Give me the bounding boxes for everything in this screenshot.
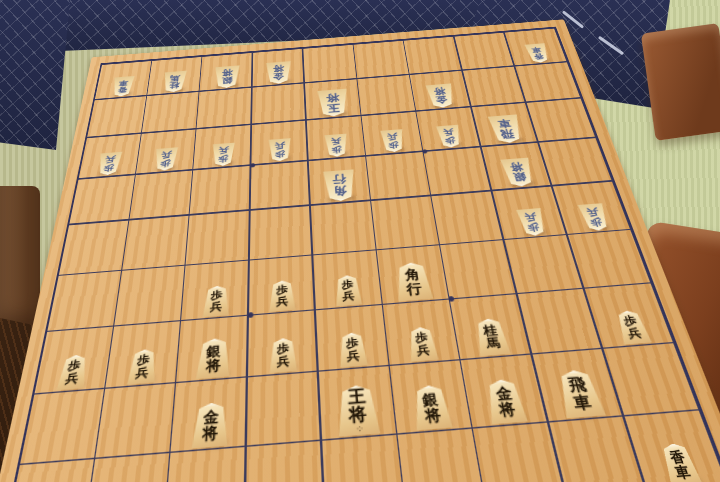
square-9b xyxy=(87,95,147,137)
square-4b xyxy=(357,74,416,115)
koma-6f-sente: 歩兵 xyxy=(268,279,297,311)
square-9d xyxy=(69,174,136,224)
square-1b xyxy=(515,61,581,102)
square-7e xyxy=(186,209,250,264)
square-9g: 歩兵 xyxy=(35,325,115,393)
photo-scene: 香車桂馬銀将金将香車玉将金将歩兵歩兵歩兵歩兵歩兵歩兵歩兵飛車角行銀将歩兵歩兵歩兵… xyxy=(0,0,720,482)
piece-歩兵: 歩兵 xyxy=(336,331,369,367)
koma-3g-sente: 桂馬 xyxy=(472,317,513,356)
square-7f: 歩兵 xyxy=(182,259,250,320)
square-5f: 歩兵 xyxy=(313,249,383,309)
koma-5d-gote: 角行 xyxy=(322,170,359,203)
koma-1i-sente: 香車 xyxy=(656,442,705,482)
koma-4f-sente: 角行 xyxy=(392,261,435,301)
square-6h xyxy=(247,370,322,445)
koma-5c-gote: 歩兵 xyxy=(323,134,349,158)
square-5i xyxy=(322,433,406,482)
square-3c: 歩兵 xyxy=(416,106,481,151)
square-7c: 歩兵 xyxy=(194,124,252,169)
koma-5g-sente: 歩兵 xyxy=(336,331,369,367)
koma-8a-gote: 桂馬 xyxy=(161,71,188,93)
square-5h: 王将⁘ xyxy=(319,364,398,439)
square-9c: 歩兵 xyxy=(79,133,142,179)
square-4f: 角行 xyxy=(377,244,450,304)
square-6c: 歩兵 xyxy=(251,119,308,164)
floor-cushion-left-edge xyxy=(0,0,70,150)
koma-7a-gote: 銀将 xyxy=(212,65,240,89)
square-8c: 歩兵 xyxy=(136,128,197,174)
piece-歩兵: 歩兵 xyxy=(333,274,364,306)
piece-銀将: 銀将 xyxy=(193,337,232,379)
koma-3b-gote: 金将 xyxy=(425,83,459,108)
square-8e xyxy=(123,214,191,269)
square-7d xyxy=(190,165,251,215)
koma-8g-sente: 歩兵 xyxy=(126,348,160,384)
square-3a xyxy=(404,36,462,74)
square-4d xyxy=(366,151,431,200)
square-3d xyxy=(424,146,492,195)
square-7i xyxy=(165,445,247,482)
square-8d xyxy=(130,169,194,219)
square-6i xyxy=(245,439,325,482)
koma-6c-gote: 歩兵 xyxy=(267,138,292,162)
koma-7h-sente: 金将 xyxy=(189,401,230,448)
square-6b xyxy=(252,82,307,123)
square-7a: 銀将 xyxy=(200,52,253,90)
square-8f xyxy=(115,264,186,325)
square-4c: 歩兵 xyxy=(362,110,424,155)
piece-歩兵: 歩兵 xyxy=(405,326,440,362)
koma-5f-sente: 歩兵 xyxy=(333,274,364,306)
koma-7g-sente: 銀将 xyxy=(193,337,232,379)
square-3b: 金将 xyxy=(410,70,471,111)
square-6d xyxy=(250,160,310,210)
square-9f xyxy=(47,269,122,330)
square-4a xyxy=(354,40,410,78)
square-1c xyxy=(526,97,596,141)
koma-4c-gote: 歩兵 xyxy=(379,129,407,153)
square-8h xyxy=(96,382,177,458)
piece-桂馬: 桂馬 xyxy=(472,317,513,356)
piece-王将: 王将⁘ xyxy=(334,384,383,437)
piece-銀将: 銀将 xyxy=(409,384,455,430)
piece-歩兵: 歩兵 xyxy=(126,348,160,384)
koma-1e-gote: 歩兵 xyxy=(576,203,612,231)
square-7b xyxy=(197,86,252,128)
piece-歩兵: 歩兵 xyxy=(201,284,231,316)
koma-2e-gote: 歩兵 xyxy=(514,208,549,237)
square-6f: 歩兵 xyxy=(249,254,316,314)
koma-3h-sente: 金将 xyxy=(482,378,530,424)
koma-9a-gote: 香車 xyxy=(110,76,136,97)
square-8b xyxy=(142,91,200,133)
piece-stand-top-right xyxy=(641,23,720,141)
square-5c: 歩兵 xyxy=(307,115,366,160)
piece-歩兵: 歩兵 xyxy=(268,337,299,373)
koma-5b-gote: 玉将 xyxy=(316,89,351,118)
koma-2d-gote: 銀将 xyxy=(499,158,538,188)
piece-歩兵: 歩兵 xyxy=(268,279,297,311)
koma-8c-gote: 歩兵 xyxy=(153,147,180,171)
koma-7f-sente: 歩兵 xyxy=(201,284,231,316)
koma-9g-sente: 歩兵 xyxy=(55,354,91,391)
koma-7c-gote: 歩兵 xyxy=(210,143,236,167)
square-1a: 香車 xyxy=(504,28,567,65)
square-4h: 銀将 xyxy=(390,359,473,433)
side-table-left-leg xyxy=(0,186,40,336)
koma-9c-gote: 歩兵 xyxy=(95,152,124,176)
square-5b: 玉将 xyxy=(305,78,362,119)
square-7h: 金将 xyxy=(171,376,248,451)
koma-1g-sente: 歩兵 xyxy=(612,309,654,344)
square-4i xyxy=(397,427,486,482)
koma-3c-gote: 歩兵 xyxy=(435,125,464,149)
piece-歩兵: 歩兵 xyxy=(612,309,654,344)
square-9h xyxy=(20,387,105,463)
square-9a: 香車 xyxy=(95,60,152,99)
koma-2c-gote: 飛車 xyxy=(486,114,526,144)
piece-金将: 金将 xyxy=(482,378,530,424)
koma-6g-sente: 歩兵 xyxy=(268,337,299,373)
square-6a: 金将 xyxy=(252,48,304,86)
square-5d: 角行 xyxy=(309,155,372,204)
koma-4g-sente: 歩兵 xyxy=(405,326,440,362)
square-4g: 歩兵 xyxy=(383,298,461,364)
square-7g: 銀将 xyxy=(177,314,249,381)
square-6g: 歩兵 xyxy=(248,309,319,376)
piece-香車: 香車 xyxy=(656,442,705,482)
square-4e xyxy=(371,195,440,249)
square-9e xyxy=(59,219,130,274)
piece-角行: 角行 xyxy=(392,261,435,301)
square-9i: 香車 xyxy=(4,457,96,482)
koma-2h-sente: 飛車 xyxy=(552,369,608,419)
square-5a xyxy=(303,44,357,82)
square-6e xyxy=(250,205,314,260)
piece-飛車: 飛車 xyxy=(552,369,608,419)
koma-1a-gote: 香車 xyxy=(523,43,552,63)
piece-金将: 金将 xyxy=(189,401,230,448)
square-5e xyxy=(311,200,377,254)
square-5g: 歩兵 xyxy=(316,303,390,370)
koma-5h-sente: 王将⁘ xyxy=(334,384,383,437)
piece-歩兵: 歩兵 xyxy=(55,354,91,391)
koma-4h-sente: 銀将 xyxy=(409,384,455,430)
koma-6a-gote: 金将 xyxy=(265,61,293,85)
square-8a: 桂馬 xyxy=(147,56,202,95)
square-8g: 歩兵 xyxy=(106,320,182,388)
